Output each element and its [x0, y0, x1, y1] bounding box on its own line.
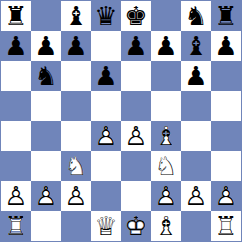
black-pawn-piece: ♟: [121, 31, 151, 61]
square-a1[interactable]: ♜♖: [1, 211, 31, 241]
square-c6[interactable]: [61, 61, 91, 91]
white-rook-piece-fill: ♜: [1, 211, 31, 241]
white-knight-piece-fill: ♞: [151, 151, 181, 181]
white-pawn-piece: ♙: [211, 181, 241, 211]
white-rook-piece: ♖: [1, 211, 31, 241]
white-pawn-piece-fill: ♟: [181, 181, 211, 211]
white-knight-piece-fill: ♞: [61, 151, 91, 181]
square-f1[interactable]: ♝♗: [151, 211, 181, 241]
square-f5[interactable]: [151, 91, 181, 121]
square-g8[interactable]: ♞: [181, 1, 211, 31]
white-pawn-piece: ♙: [121, 121, 151, 151]
square-d2[interactable]: [91, 181, 121, 211]
square-a2[interactable]: ♟♙: [1, 181, 31, 211]
black-knight-piece: ♞: [31, 61, 61, 91]
black-pawn-piece: ♟: [91, 61, 121, 91]
square-e1[interactable]: ♚♔: [121, 211, 151, 241]
square-f7[interactable]: ♟: [151, 31, 181, 61]
chess-board: ♜♝♛♚♞♜♟♟♟♟♟♝♟♞♟♟♟♙♟♙♝♗♞♘♞♘♟♙♟♙♟♙♟♙♟♙♟♙♜♖…: [0, 0, 242, 242]
white-pawn-piece: ♙: [151, 181, 181, 211]
square-d1[interactable]: ♛♕: [91, 211, 121, 241]
square-b5[interactable]: [31, 91, 61, 121]
square-d3[interactable]: [91, 151, 121, 181]
square-c5[interactable]: [61, 91, 91, 121]
black-bishop-piece: ♝: [181, 31, 211, 61]
white-pawn-piece-fill: ♟: [211, 181, 241, 211]
square-c4[interactable]: [61, 121, 91, 151]
square-h4[interactable]: [211, 121, 241, 151]
white-pawn-piece-fill: ♟: [1, 181, 31, 211]
square-b2[interactable]: ♟♙: [31, 181, 61, 211]
white-pawn-piece-fill: ♟: [61, 181, 91, 211]
white-bishop-piece-fill: ♝: [151, 121, 181, 151]
black-king-piece: ♚: [121, 1, 151, 31]
black-pawn-piece: ♟: [151, 31, 181, 61]
white-pawn-piece-fill: ♟: [121, 121, 151, 151]
square-e4[interactable]: ♟♙: [121, 121, 151, 151]
square-e7[interactable]: ♟: [121, 31, 151, 61]
square-d4[interactable]: ♟♙: [91, 121, 121, 151]
square-b8[interactable]: [31, 1, 61, 31]
white-king-piece: ♔: [121, 211, 151, 241]
black-queen-piece: ♛: [91, 1, 121, 31]
black-rook-piece: ♜: [211, 1, 241, 31]
square-b6[interactable]: ♞: [31, 61, 61, 91]
square-b4[interactable]: [31, 121, 61, 151]
white-knight-piece: ♘: [151, 151, 181, 181]
black-pawn-piece: ♟: [31, 31, 61, 61]
square-a8[interactable]: ♜: [1, 1, 31, 31]
square-g1[interactable]: [181, 211, 211, 241]
square-e5[interactable]: [121, 91, 151, 121]
white-bishop-piece-fill: ♝: [151, 211, 181, 241]
square-h5[interactable]: [211, 91, 241, 121]
white-knight-piece: ♘: [61, 151, 91, 181]
white-rook-piece-fill: ♜: [211, 211, 241, 241]
square-d6[interactable]: ♟: [91, 61, 121, 91]
white-pawn-piece: ♙: [91, 121, 121, 151]
square-c1[interactable]: [61, 211, 91, 241]
square-c3[interactable]: ♞♘: [61, 151, 91, 181]
square-a6[interactable]: [1, 61, 31, 91]
square-e8[interactable]: ♚: [121, 1, 151, 31]
square-h3[interactable]: [211, 151, 241, 181]
black-pawn-piece: ♟: [181, 61, 211, 91]
square-d5[interactable]: [91, 91, 121, 121]
white-pawn-piece: ♙: [181, 181, 211, 211]
square-h7[interactable]: ♟: [211, 31, 241, 61]
square-f3[interactable]: ♞♘: [151, 151, 181, 181]
black-rook-piece: ♜: [1, 1, 31, 31]
square-h2[interactable]: ♟♙: [211, 181, 241, 211]
square-b7[interactable]: ♟: [31, 31, 61, 61]
white-bishop-piece: ♗: [151, 121, 181, 151]
square-g2[interactable]: ♟♙: [181, 181, 211, 211]
square-c7[interactable]: ♟: [61, 31, 91, 61]
white-queen-piece-fill: ♛: [91, 211, 121, 241]
square-c8[interactable]: ♝: [61, 1, 91, 31]
square-a7[interactable]: ♟: [1, 31, 31, 61]
white-pawn-piece-fill: ♟: [31, 181, 61, 211]
white-rook-piece: ♖: [211, 211, 241, 241]
black-pawn-piece: ♟: [1, 31, 31, 61]
white-pawn-piece-fill: ♟: [151, 181, 181, 211]
square-d7[interactable]: [91, 31, 121, 61]
square-f2[interactable]: ♟♙: [151, 181, 181, 211]
square-g5[interactable]: [181, 91, 211, 121]
square-e2[interactable]: [121, 181, 151, 211]
square-f4[interactable]: ♝♗: [151, 121, 181, 151]
black-pawn-piece: ♟: [211, 31, 241, 61]
white-queen-piece: ♕: [91, 211, 121, 241]
square-h6[interactable]: [211, 61, 241, 91]
white-pawn-piece: ♙: [31, 181, 61, 211]
black-bishop-piece: ♝: [61, 1, 91, 31]
square-e6[interactable]: [121, 61, 151, 91]
square-g7[interactable]: ♝: [181, 31, 211, 61]
white-pawn-piece: ♙: [1, 181, 31, 211]
square-e3[interactable]: [121, 151, 151, 181]
white-bishop-piece: ♗: [151, 211, 181, 241]
square-g4[interactable]: [181, 121, 211, 151]
white-king-piece-fill: ♚: [121, 211, 151, 241]
black-knight-piece: ♞: [181, 1, 211, 31]
square-a5[interactable]: [1, 91, 31, 121]
square-c2[interactable]: ♟♙: [61, 181, 91, 211]
white-pawn-piece: ♙: [61, 181, 91, 211]
square-d8[interactable]: ♛: [91, 1, 121, 31]
square-g3[interactable]: [181, 151, 211, 181]
square-g6[interactable]: ♟: [181, 61, 211, 91]
square-h8[interactable]: ♜: [211, 1, 241, 31]
square-f6[interactable]: [151, 61, 181, 91]
square-f8[interactable]: [151, 1, 181, 31]
square-b1[interactable]: [31, 211, 61, 241]
white-pawn-piece-fill: ♟: [91, 121, 121, 151]
square-b3[interactable]: [31, 151, 61, 181]
square-a3[interactable]: [1, 151, 31, 181]
black-pawn-piece: ♟: [61, 31, 91, 61]
square-h1[interactable]: ♜♖: [211, 211, 241, 241]
square-a4[interactable]: [1, 121, 31, 151]
